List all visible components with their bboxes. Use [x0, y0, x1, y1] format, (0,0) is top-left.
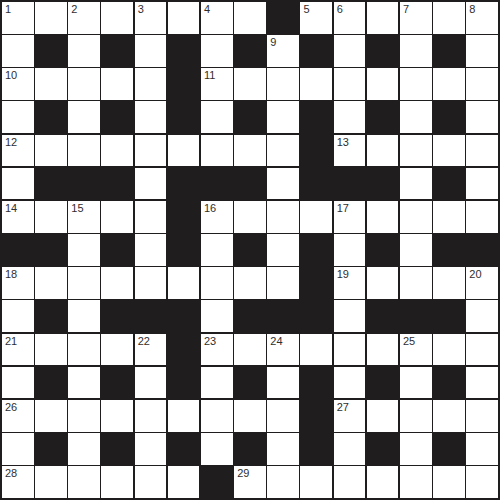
clue-number-21: 21: [5, 335, 17, 348]
white-cell-r4c7[interactable]: [234, 135, 266, 167]
white-cell-r2c9[interactable]: [300, 68, 332, 100]
white-cell-r10c1[interactable]: [35, 334, 67, 366]
clue-number-8: 8: [469, 3, 475, 16]
clue-number-27: 27: [337, 401, 349, 414]
white-cell-r10c2[interactable]: [68, 334, 100, 366]
clue-number-5: 5: [303, 3, 309, 16]
white-cell-r8c12[interactable]: [400, 267, 432, 299]
white-cell-r8c4[interactable]: [135, 267, 167, 299]
white-cell-r14c10[interactable]: [334, 466, 366, 498]
white-cell-r11c8[interactable]: [267, 367, 299, 399]
white-cell-r11c0[interactable]: [2, 367, 34, 399]
clue-number-2: 2: [71, 3, 77, 16]
white-cell-r3c8[interactable]: [267, 101, 299, 133]
white-cell-r14c3[interactable]: [101, 466, 133, 498]
white-cell-r2c1[interactable]: [35, 68, 67, 100]
black-cell-r1c11: [367, 35, 399, 67]
black-cell-r7c13: [433, 234, 465, 266]
white-cell-r0c1[interactable]: [35, 2, 67, 34]
clue-number-20: 20: [469, 268, 481, 281]
white-cell-r12c4[interactable]: [135, 400, 167, 432]
black-cell-r10c5: [168, 334, 200, 366]
black-cell-r13c5: [168, 433, 200, 465]
white-cell-r8c6[interactable]: [201, 267, 233, 299]
white-cell-r4c4[interactable]: [135, 135, 167, 167]
white-cell-r5c14[interactable]: [466, 168, 498, 200]
white-cell-r2c7[interactable]: [234, 68, 266, 100]
white-cell-r2c4[interactable]: [135, 68, 167, 100]
black-cell-r9c11: [367, 300, 399, 332]
white-cell-r13c14[interactable]: [466, 433, 498, 465]
black-cell-r9c13: [433, 300, 465, 332]
clue-number-10: 10: [5, 69, 17, 82]
white-cell-r2c10[interactable]: [334, 68, 366, 100]
white-cell-r3c2[interactable]: [68, 101, 100, 133]
black-cell-r9c9: [300, 300, 332, 332]
white-cell-r12c7[interactable]: [234, 400, 266, 432]
black-cell-r13c9: [300, 433, 332, 465]
white-cell-r3c14[interactable]: [466, 101, 498, 133]
white-cell-r4c0[interactable]: 12: [2, 135, 34, 167]
white-cell-r14c9[interactable]: [300, 466, 332, 498]
clue-number-1: 1: [5, 3, 11, 16]
white-cell-r14c11[interactable]: [367, 466, 399, 498]
white-cell-r9c0[interactable]: [2, 300, 34, 332]
white-cell-r11c14[interactable]: [466, 367, 498, 399]
white-cell-r14c1[interactable]: [35, 466, 67, 498]
clue-number-26: 26: [5, 401, 17, 414]
white-cell-r6c3[interactable]: [101, 201, 133, 233]
white-cell-r13c8[interactable]: [267, 433, 299, 465]
white-cell-r8c1[interactable]: [35, 267, 67, 299]
white-cell-r3c6[interactable]: [201, 101, 233, 133]
white-cell-r11c6[interactable]: [201, 367, 233, 399]
white-cell-r12c3[interactable]: [101, 400, 133, 432]
black-cell-r5c7: [234, 168, 266, 200]
white-cell-r6c11[interactable]: [367, 201, 399, 233]
white-cell-r5c0[interactable]: [2, 168, 34, 200]
white-cell-r6c8[interactable]: [267, 201, 299, 233]
white-cell-r1c6[interactable]: [201, 35, 233, 67]
clue-number-4: 4: [204, 3, 210, 16]
white-cell-r7c8[interactable]: [267, 234, 299, 266]
white-cell-r10c11[interactable]: [367, 334, 399, 366]
black-cell-r3c3: [101, 101, 133, 133]
black-cell-r5c13: [433, 168, 465, 200]
clue-number-15: 15: [71, 202, 83, 215]
black-cell-r11c11: [367, 367, 399, 399]
white-cell-r2c11[interactable]: [367, 68, 399, 100]
clue-number-13: 13: [337, 136, 349, 149]
white-cell-r12c10[interactable]: 27: [334, 400, 366, 432]
black-cell-r7c9: [300, 234, 332, 266]
clue-number-18: 18: [5, 268, 17, 281]
white-cell-r6c4[interactable]: [135, 201, 167, 233]
white-cell-r2c6[interactable]: 11: [201, 68, 233, 100]
white-cell-r3c4[interactable]: [135, 101, 167, 133]
black-cell-r1c1: [35, 35, 67, 67]
black-cell-r9c5: [168, 300, 200, 332]
black-cell-r9c4: [135, 300, 167, 332]
black-cell-r5c11: [367, 168, 399, 200]
white-cell-r6c6[interactable]: 16: [201, 201, 233, 233]
clue-number-25: 25: [403, 335, 415, 348]
white-cell-r10c6[interactable]: 23: [201, 334, 233, 366]
white-cell-r2c12[interactable]: [400, 68, 432, 100]
black-cell-r7c0: [2, 234, 34, 266]
black-cell-r3c5: [168, 101, 200, 133]
white-cell-r14c13[interactable]: [433, 466, 465, 498]
white-cell-r1c10[interactable]: [334, 35, 366, 67]
black-cell-r3c11: [367, 101, 399, 133]
white-cell-r8c8[interactable]: [267, 267, 299, 299]
white-cell-r8c2[interactable]: [68, 267, 100, 299]
black-cell-r3c13: [433, 101, 465, 133]
white-cell-r4c2[interactable]: [68, 135, 100, 167]
white-cell-r2c2[interactable]: [68, 68, 100, 100]
black-cell-r11c13: [433, 367, 465, 399]
white-cell-r5c8[interactable]: [267, 168, 299, 200]
white-cell-r12c2[interactable]: [68, 400, 100, 432]
clue-number-22: 22: [138, 335, 150, 348]
white-cell-r0c11[interactable]: [367, 2, 399, 34]
black-cell-r13c3: [101, 433, 133, 465]
white-cell-r3c12[interactable]: [400, 101, 432, 133]
black-cell-r7c14: [466, 234, 498, 266]
clue-number-6: 6: [337, 3, 343, 16]
white-cell-r11c12[interactable]: [400, 367, 432, 399]
white-cell-r10c14[interactable]: [466, 334, 498, 366]
black-cell-r2c5: [168, 68, 200, 100]
black-cell-r9c1: [35, 300, 67, 332]
clue-number-16: 16: [204, 202, 216, 215]
black-cell-r7c1: [35, 234, 67, 266]
white-cell-r10c12[interactable]: 25: [400, 334, 432, 366]
black-cell-r7c5: [168, 234, 200, 266]
white-cell-r5c12[interactable]: [400, 168, 432, 200]
white-cell-r12c6[interactable]: [201, 400, 233, 432]
black-cell-r12c9: [300, 400, 332, 432]
black-cell-r9c3: [101, 300, 133, 332]
white-cell-r12c0[interactable]: 26: [2, 400, 34, 432]
white-cell-r13c4[interactable]: [135, 433, 167, 465]
white-cell-r4c10[interactable]: 13: [334, 135, 366, 167]
white-cell-r1c8[interactable]: 9: [267, 35, 299, 67]
white-cell-r5c4[interactable]: [135, 168, 167, 200]
white-cell-r14c4[interactable]: [135, 466, 167, 498]
white-cell-r8c7[interactable]: [234, 267, 266, 299]
clue-number-19: 19: [337, 268, 349, 281]
black-cell-r7c3: [101, 234, 133, 266]
white-cell-r0c10[interactable]: 6: [334, 2, 366, 34]
white-cell-r12c11[interactable]: [367, 400, 399, 432]
white-cell-r8c14[interactable]: 20: [466, 267, 498, 299]
clue-number-17: 17: [337, 202, 349, 215]
white-cell-r10c7[interactable]: [234, 334, 266, 366]
white-cell-r10c9[interactable]: [300, 334, 332, 366]
white-cell-r14c14[interactable]: [466, 466, 498, 498]
white-cell-r4c3[interactable]: [101, 135, 133, 167]
white-cell-r4c1[interactable]: [35, 135, 67, 167]
black-cell-r13c7: [234, 433, 266, 465]
clue-number-24: 24: [270, 335, 282, 348]
black-cell-r14c6: [201, 466, 233, 498]
white-cell-r4c6[interactable]: [201, 135, 233, 167]
white-cell-r1c4[interactable]: [135, 35, 167, 67]
black-cell-r13c11: [367, 433, 399, 465]
white-cell-r0c6[interactable]: 4: [201, 2, 233, 34]
black-cell-r3c7: [234, 101, 266, 133]
white-cell-r2c14[interactable]: [466, 68, 498, 100]
white-cell-r7c10[interactable]: [334, 234, 366, 266]
white-cell-r9c2[interactable]: [68, 300, 100, 332]
white-cell-r2c3[interactable]: [101, 68, 133, 100]
black-cell-r5c3: [101, 168, 133, 200]
crossword-grid: 1234567891011121314151617181920212223242…: [0, 0, 500, 500]
white-cell-r13c2[interactable]: [68, 433, 100, 465]
white-cell-r14c2[interactable]: [68, 466, 100, 498]
white-cell-r10c4[interactable]: 22: [135, 334, 167, 366]
black-cell-r11c3: [101, 367, 133, 399]
white-cell-r0c9[interactable]: 5: [300, 2, 332, 34]
white-cell-r0c12[interactable]: 7: [400, 2, 432, 34]
white-cell-r6c0[interactable]: 14: [2, 201, 34, 233]
white-cell-r4c5[interactable]: [168, 135, 200, 167]
black-cell-r9c12: [400, 300, 432, 332]
white-cell-r9c6[interactable]: [201, 300, 233, 332]
white-cell-r12c1[interactable]: [35, 400, 67, 432]
black-cell-r1c7: [234, 35, 266, 67]
black-cell-r5c6: [201, 168, 233, 200]
white-cell-r7c6[interactable]: [201, 234, 233, 266]
white-cell-r6c1[interactable]: [35, 201, 67, 233]
black-cell-r11c7: [234, 367, 266, 399]
black-cell-r7c7: [234, 234, 266, 266]
black-cell-r4c9: [300, 135, 332, 167]
black-cell-r7c11: [367, 234, 399, 266]
white-cell-r0c4[interactable]: 3: [135, 2, 167, 34]
black-cell-r11c1: [35, 367, 67, 399]
white-cell-r12c13[interactable]: [433, 400, 465, 432]
white-cell-r7c12[interactable]: [400, 234, 432, 266]
white-cell-r12c8[interactable]: [267, 400, 299, 432]
white-cell-r10c13[interactable]: [433, 334, 465, 366]
black-cell-r6c5: [168, 201, 200, 233]
black-cell-r1c9: [300, 35, 332, 67]
white-cell-r4c14[interactable]: [466, 135, 498, 167]
white-cell-r12c12[interactable]: [400, 400, 432, 432]
white-cell-r8c11[interactable]: [367, 267, 399, 299]
black-cell-r9c7: [234, 300, 266, 332]
white-cell-r10c10[interactable]: [334, 334, 366, 366]
clue-number-3: 3: [138, 3, 144, 16]
black-cell-r1c5: [168, 35, 200, 67]
white-cell-r10c3[interactable]: [101, 334, 133, 366]
white-cell-r14c5[interactable]: [168, 466, 200, 498]
white-cell-r0c7[interactable]: [234, 2, 266, 34]
black-cell-r5c5: [168, 168, 200, 200]
black-cell-r5c2: [68, 168, 100, 200]
white-cell-r6c10[interactable]: 17: [334, 201, 366, 233]
black-cell-r13c1: [35, 433, 67, 465]
white-cell-r1c2[interactable]: [68, 35, 100, 67]
white-cell-r14c8[interactable]: [267, 466, 299, 498]
white-cell-r9c10[interactable]: [334, 300, 366, 332]
white-cell-r14c0[interactable]: 28: [2, 466, 34, 498]
white-cell-r6c7[interactable]: [234, 201, 266, 233]
white-cell-r11c2[interactable]: [68, 367, 100, 399]
white-cell-r4c12[interactable]: [400, 135, 432, 167]
white-cell-r0c0[interactable]: 1: [2, 2, 34, 34]
black-cell-r3c9: [300, 101, 332, 133]
white-cell-r6c14[interactable]: [466, 201, 498, 233]
black-cell-r1c3: [101, 35, 133, 67]
white-cell-r2c8[interactable]: [267, 68, 299, 100]
white-cell-r13c0[interactable]: [2, 433, 34, 465]
white-cell-r11c4[interactable]: [135, 367, 167, 399]
white-cell-r2c13[interactable]: [433, 68, 465, 100]
white-cell-r10c8[interactable]: 24: [267, 334, 299, 366]
black-cell-r1c13: [433, 35, 465, 67]
black-cell-r5c9: [300, 168, 332, 200]
white-cell-r0c5[interactable]: [168, 2, 200, 34]
white-cell-r6c9[interactable]: [300, 201, 332, 233]
white-cell-r13c10[interactable]: [334, 433, 366, 465]
white-cell-r8c13[interactable]: [433, 267, 465, 299]
clue-number-23: 23: [204, 335, 216, 348]
white-cell-r4c8[interactable]: [267, 135, 299, 167]
black-cell-r11c9: [300, 367, 332, 399]
white-cell-r1c0[interactable]: [2, 35, 34, 67]
white-cell-r7c2[interactable]: [68, 234, 100, 266]
white-cell-r2c0[interactable]: 10: [2, 68, 34, 100]
black-cell-r8c9: [300, 267, 332, 299]
clue-number-28: 28: [5, 467, 17, 480]
white-cell-r7c4[interactable]: [135, 234, 167, 266]
white-cell-r10c0[interactable]: 21: [2, 334, 34, 366]
black-cell-r3c1: [35, 101, 67, 133]
white-cell-r8c10[interactable]: 19: [334, 267, 366, 299]
black-cell-r0c8: [267, 2, 299, 34]
white-cell-r14c7[interactable]: 29: [234, 466, 266, 498]
white-cell-r3c0[interactable]: [2, 101, 34, 133]
black-cell-r9c8: [267, 300, 299, 332]
white-cell-r4c13[interactable]: [433, 135, 465, 167]
white-cell-r4c11[interactable]: [367, 135, 399, 167]
clue-number-11: 11: [204, 69, 215, 82]
black-cell-r5c1: [35, 168, 67, 200]
white-cell-r6c12[interactable]: [400, 201, 432, 233]
white-cell-r6c13[interactable]: [433, 201, 465, 233]
white-cell-r0c3[interactable]: [101, 2, 133, 34]
white-cell-r0c2[interactable]: 2: [68, 2, 100, 34]
black-cell-r13c13: [433, 433, 465, 465]
clue-number-29: 29: [237, 467, 249, 480]
clue-number-14: 14: [5, 202, 17, 215]
white-cell-r6c2[interactable]: 15: [68, 201, 100, 233]
white-cell-r8c5[interactable]: [168, 267, 200, 299]
white-cell-r12c5[interactable]: [168, 400, 200, 432]
black-cell-r5c10: [334, 168, 366, 200]
white-cell-r1c12[interactable]: [400, 35, 432, 67]
white-cell-r13c12[interactable]: [400, 433, 432, 465]
white-cell-r12c14[interactable]: [466, 400, 498, 432]
white-cell-r14c12[interactable]: [400, 466, 432, 498]
white-cell-r8c3[interactable]: [101, 267, 133, 299]
white-cell-r1c14[interactable]: [466, 35, 498, 67]
white-cell-r11c10[interactable]: [334, 367, 366, 399]
clue-number-7: 7: [403, 3, 409, 16]
clue-number-9: 9: [270, 36, 276, 49]
white-cell-r13c6[interactable]: [201, 433, 233, 465]
white-cell-r3c10[interactable]: [334, 101, 366, 133]
white-cell-r8c0[interactable]: 18: [2, 267, 34, 299]
clue-number-12: 12: [5, 136, 17, 149]
black-cell-r11c5: [168, 367, 200, 399]
white-cell-r0c13[interactable]: [433, 2, 465, 34]
white-cell-r9c14[interactable]: [466, 300, 498, 332]
white-cell-r0c14[interactable]: 8: [466, 2, 498, 34]
